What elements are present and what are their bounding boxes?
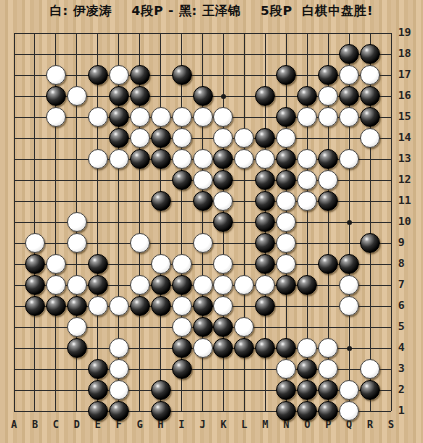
row-label-7: 7 [398, 278, 420, 291]
row-label-14: 14 [398, 131, 420, 144]
stone-K12[interactable] [213, 170, 233, 190]
stone-M14[interactable] [255, 128, 275, 148]
stone-O1[interactable] [297, 401, 317, 421]
stone-K6[interactable] [213, 296, 233, 316]
col-label-A: A [5, 419, 23, 430]
stone-B9[interactable] [25, 233, 45, 253]
stone-E6[interactable] [88, 296, 108, 316]
stone-K10[interactable] [213, 212, 233, 232]
stone-Q8[interactable] [339, 254, 359, 274]
stone-Q2[interactable] [339, 380, 359, 400]
stone-D5[interactable] [67, 317, 87, 337]
stone-R2[interactable] [360, 380, 380, 400]
stone-E15[interactable] [88, 107, 108, 127]
stone-I4[interactable] [172, 338, 192, 358]
stone-M10[interactable] [255, 212, 275, 232]
col-label-R: R [361, 419, 379, 430]
stone-G15[interactable] [130, 107, 150, 127]
stone-H13[interactable] [151, 149, 171, 169]
stone-F1[interactable] [109, 401, 129, 421]
stone-N3[interactable] [276, 359, 296, 379]
col-label-K: K [214, 419, 232, 430]
stone-H11[interactable] [151, 191, 171, 211]
row-label-6: 6 [398, 299, 420, 312]
stone-I7[interactable] [172, 275, 192, 295]
stone-K11[interactable] [213, 191, 233, 211]
stone-J6[interactable] [193, 296, 213, 316]
row-label-4: 4 [398, 341, 420, 354]
row-label-15: 15 [398, 110, 420, 123]
stone-O4[interactable] [297, 338, 317, 358]
stone-B8[interactable] [25, 254, 45, 274]
stone-I6[interactable] [172, 296, 192, 316]
stone-G6[interactable] [130, 296, 150, 316]
stone-Q15[interactable] [339, 107, 359, 127]
stone-N11[interactable] [276, 191, 296, 211]
grid-line [391, 33, 392, 411]
stone-G17[interactable] [130, 65, 150, 85]
stone-Q16[interactable] [339, 86, 359, 106]
stone-R15[interactable] [360, 107, 380, 127]
stone-J12[interactable] [193, 170, 213, 190]
stone-F13[interactable] [109, 149, 129, 169]
col-label-M: M [256, 419, 274, 430]
stone-J15[interactable] [193, 107, 213, 127]
stone-R16[interactable] [360, 86, 380, 106]
stone-K15[interactable] [213, 107, 233, 127]
stone-J11[interactable] [193, 191, 213, 211]
stone-C8[interactable] [46, 254, 66, 274]
col-label-C: C [47, 419, 65, 430]
stone-P4[interactable] [318, 338, 338, 358]
stone-D9[interactable] [67, 233, 87, 253]
stone-I17[interactable] [172, 65, 192, 85]
col-label-B: B [26, 419, 44, 430]
stone-O7[interactable] [297, 275, 317, 295]
stone-B6[interactable] [25, 296, 45, 316]
star-point [347, 346, 352, 351]
stone-G16[interactable] [130, 86, 150, 106]
stone-I14[interactable] [172, 128, 192, 148]
stone-H14[interactable] [151, 128, 171, 148]
stone-C17[interactable] [46, 65, 66, 85]
stone-E3[interactable] [88, 359, 108, 379]
stone-L7[interactable] [234, 275, 254, 295]
go-board-app: 白: 伊凌涛 4段P - 黑: 王泽锦 5段P 白棋中盘胜! ABCDEFGHI… [0, 0, 423, 443]
stone-M8[interactable] [255, 254, 275, 274]
stone-H6[interactable] [151, 296, 171, 316]
row-label-3: 3 [398, 362, 420, 375]
stone-C6[interactable] [46, 296, 66, 316]
stone-L13[interactable] [234, 149, 254, 169]
stone-E7[interactable] [88, 275, 108, 295]
stone-G14[interactable] [130, 128, 150, 148]
stone-P1[interactable] [318, 401, 338, 421]
stone-F6[interactable] [109, 296, 129, 316]
stone-P12[interactable] [318, 170, 338, 190]
row-label-2: 2 [398, 383, 420, 396]
stone-P13[interactable] [318, 149, 338, 169]
stone-M7[interactable] [255, 275, 275, 295]
stone-K4[interactable] [213, 338, 233, 358]
row-label-10: 10 [398, 215, 420, 228]
stone-K13[interactable] [213, 149, 233, 169]
stone-I3[interactable] [172, 359, 192, 379]
stone-Q6[interactable] [339, 296, 359, 316]
stone-P17[interactable] [318, 65, 338, 85]
row-label-17: 17 [398, 68, 420, 81]
stone-I8[interactable] [172, 254, 192, 274]
stone-F16[interactable] [109, 86, 129, 106]
row-label-12: 12 [398, 173, 420, 186]
stone-M13[interactable] [255, 149, 275, 169]
star-point [221, 94, 226, 99]
stone-Q1[interactable] [339, 401, 359, 421]
stone-C7[interactable] [46, 275, 66, 295]
stone-B7[interactable] [25, 275, 45, 295]
row-label-8: 8 [398, 257, 420, 270]
row-label-16: 16 [398, 89, 420, 102]
row-label-19: 19 [398, 26, 420, 39]
stone-C15[interactable] [46, 107, 66, 127]
stone-E1[interactable] [88, 401, 108, 421]
col-label-D: D [68, 419, 86, 430]
stone-R9[interactable] [360, 233, 380, 253]
stone-G7[interactable] [130, 275, 150, 295]
stone-C16[interactable] [46, 86, 66, 106]
stone-G13[interactable] [130, 149, 150, 169]
stone-I13[interactable] [172, 149, 192, 169]
stone-R14[interactable] [360, 128, 380, 148]
stone-O16[interactable] [297, 86, 317, 106]
stone-H7[interactable] [151, 275, 171, 295]
col-label-I: I [173, 419, 191, 430]
stone-R3[interactable] [360, 359, 380, 379]
stone-O3[interactable] [297, 359, 317, 379]
stone-O11[interactable] [297, 191, 317, 211]
stone-F15[interactable] [109, 107, 129, 127]
stone-Q13[interactable] [339, 149, 359, 169]
stone-E17[interactable] [88, 65, 108, 85]
stone-P15[interactable] [318, 107, 338, 127]
stone-F3[interactable] [109, 359, 129, 379]
stone-D16[interactable] [67, 86, 87, 106]
stone-G9[interactable] [130, 233, 150, 253]
stone-H15[interactable] [151, 107, 171, 127]
stone-J4[interactable] [193, 338, 213, 358]
row-label-9: 9 [398, 236, 420, 249]
stone-N7[interactable] [276, 275, 296, 295]
stone-O13[interactable] [297, 149, 317, 169]
row-label-11: 11 [398, 194, 420, 207]
stone-K7[interactable] [213, 275, 233, 295]
stone-J9[interactable] [193, 233, 213, 253]
row-label-1: 1 [398, 404, 420, 417]
stone-M16[interactable] [255, 86, 275, 106]
stone-F17[interactable] [109, 65, 129, 85]
row-label-18: 18 [398, 47, 420, 60]
stone-N2[interactable] [276, 380, 296, 400]
stone-M6[interactable] [255, 296, 275, 316]
stone-D4[interactable] [67, 338, 87, 358]
stone-H2[interactable] [151, 380, 171, 400]
stone-J7[interactable] [193, 275, 213, 295]
stone-I5[interactable] [172, 317, 192, 337]
stone-N10[interactable] [276, 212, 296, 232]
stone-P8[interactable] [318, 254, 338, 274]
stone-O15[interactable] [297, 107, 317, 127]
stone-O12[interactable] [297, 170, 317, 190]
star-point [347, 220, 352, 225]
stone-E8[interactable] [88, 254, 108, 274]
stone-D10[interactable] [67, 212, 87, 232]
stone-Q7[interactable] [339, 275, 359, 295]
stone-N15[interactable] [276, 107, 296, 127]
stone-N17[interactable] [276, 65, 296, 85]
stone-R18[interactable] [360, 44, 380, 64]
stone-I12[interactable] [172, 170, 192, 190]
stone-M9[interactable] [255, 233, 275, 253]
stone-R17[interactable] [360, 65, 380, 85]
stone-J13[interactable] [193, 149, 213, 169]
stone-N14[interactable] [276, 128, 296, 148]
stone-N8[interactable] [276, 254, 296, 274]
stone-L5[interactable] [234, 317, 254, 337]
stone-P2[interactable] [318, 380, 338, 400]
stone-K8[interactable] [213, 254, 233, 274]
stone-M4[interactable] [255, 338, 275, 358]
stone-N13[interactable] [276, 149, 296, 169]
stone-Q18[interactable] [339, 44, 359, 64]
stone-J5[interactable] [193, 317, 213, 337]
stone-O2[interactable] [297, 380, 317, 400]
stone-P3[interactable] [318, 359, 338, 379]
stone-D6[interactable] [67, 296, 87, 316]
col-label-L: L [235, 419, 253, 430]
stone-M12[interactable] [255, 170, 275, 190]
stone-E13[interactable] [88, 149, 108, 169]
stone-N4[interactable] [276, 338, 296, 358]
col-label-J: J [194, 419, 212, 430]
stone-F14[interactable] [109, 128, 129, 148]
row-label-5: 5 [398, 320, 420, 333]
stone-L4[interactable] [234, 338, 254, 358]
stone-P11[interactable] [318, 191, 338, 211]
stone-E2[interactable] [88, 380, 108, 400]
stone-P16[interactable] [318, 86, 338, 106]
stone-F2[interactable] [109, 380, 129, 400]
stone-J16[interactable] [193, 86, 213, 106]
row-label-13: 13 [398, 152, 420, 165]
game-info-header: 白: 伊凌涛 4段P - 黑: 王泽锦 5段P 白棋中盘胜! [0, 3, 423, 20]
stone-N12[interactable] [276, 170, 296, 190]
stone-N9[interactable] [276, 233, 296, 253]
stone-I15[interactable] [172, 107, 192, 127]
col-label-G: G [131, 419, 149, 430]
stone-M11[interactable] [255, 191, 275, 211]
col-label-S: S [382, 419, 400, 430]
stone-N1[interactable] [276, 401, 296, 421]
stone-F4[interactable] [109, 338, 129, 358]
stone-D7[interactable] [67, 275, 87, 295]
stone-Q17[interactable] [339, 65, 359, 85]
stone-K5[interactable] [213, 317, 233, 337]
stone-L14[interactable] [234, 128, 254, 148]
stone-K14[interactable] [213, 128, 233, 148]
stone-H1[interactable] [151, 401, 171, 421]
stone-H8[interactable] [151, 254, 171, 274]
